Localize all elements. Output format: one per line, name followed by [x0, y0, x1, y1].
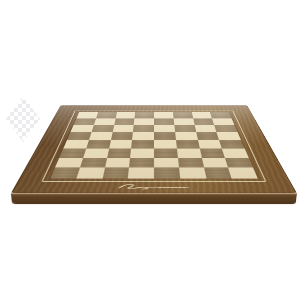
square-g5	[196, 132, 219, 140]
square-e4	[154, 140, 177, 148]
square-a6	[70, 125, 93, 132]
square-e3	[154, 148, 178, 157]
square-d3	[130, 148, 154, 157]
square-g7	[193, 118, 215, 125]
playing-field	[50, 112, 258, 178]
square-f3	[177, 148, 202, 157]
square-h3	[222, 148, 249, 157]
maker-signature	[115, 182, 193, 190]
square-a5	[67, 132, 91, 140]
square-b5	[89, 132, 112, 140]
square-c4	[109, 140, 133, 148]
product-photo	[0, 0, 300, 300]
square-c3	[107, 148, 132, 157]
square-a4	[63, 140, 88, 148]
square-b1	[76, 168, 104, 179]
square-d5	[132, 132, 154, 140]
square-a2	[55, 158, 83, 168]
square-h6	[214, 125, 237, 132]
square-g1	[204, 168, 232, 179]
signature-flourish	[119, 184, 147, 189]
square-f6	[174, 125, 196, 132]
square-c6	[112, 125, 134, 132]
square-d6	[133, 125, 154, 132]
square-e2	[154, 158, 179, 168]
square-f7	[173, 118, 194, 125]
square-h4	[219, 140, 244, 148]
square-c7	[114, 118, 135, 125]
square-f2	[178, 158, 204, 168]
square-g4	[198, 140, 223, 148]
square-b4	[86, 140, 111, 148]
square-c1	[102, 168, 129, 179]
square-a3	[59, 148, 86, 157]
board-frame	[11, 105, 297, 193]
scene	[0, 0, 300, 300]
square-h1	[228, 168, 258, 179]
square-g2	[201, 158, 228, 168]
square-e5	[154, 132, 176, 140]
square-c5	[111, 132, 134, 140]
square-g6	[194, 125, 216, 132]
square-b7	[94, 118, 116, 125]
square-a7	[74, 118, 96, 125]
square-d7	[134, 118, 154, 125]
square-f1	[179, 168, 206, 179]
square-h7	[212, 118, 234, 125]
square-d2	[129, 158, 154, 168]
board-front-edge	[11, 193, 297, 204]
square-e6	[154, 125, 175, 132]
square-e7	[154, 118, 174, 125]
square-a1	[50, 168, 80, 179]
square-d4	[131, 140, 154, 148]
square-f4	[176, 140, 200, 148]
square-b6	[91, 125, 113, 132]
square-h5	[217, 132, 241, 140]
square-e1	[154, 168, 180, 179]
square-d1	[128, 168, 154, 179]
square-h2	[225, 158, 253, 168]
square-b3	[83, 148, 109, 157]
square-c2	[104, 158, 130, 168]
chessboard	[11, 105, 297, 193]
square-g3	[199, 148, 225, 157]
square-b2	[80, 158, 107, 168]
square-f5	[175, 132, 198, 140]
